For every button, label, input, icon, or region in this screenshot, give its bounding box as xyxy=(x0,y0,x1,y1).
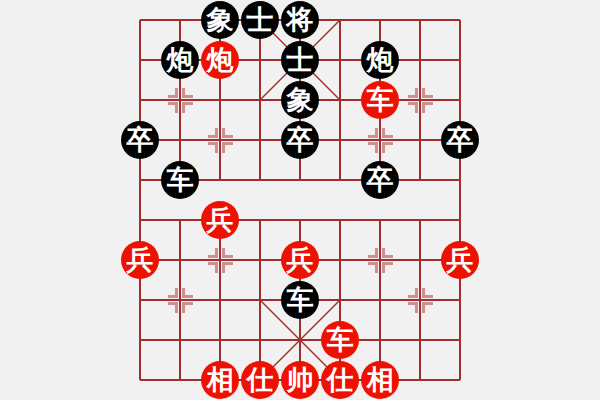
piece-red-elephant[interactable]: 相 xyxy=(361,361,399,399)
piece-black-general[interactable]: 将 xyxy=(281,1,319,39)
piece-red-chariot[interactable]: 车 xyxy=(361,81,399,119)
piece-red-soldier[interactable]: 兵 xyxy=(121,241,159,279)
piece-red-advisor[interactable]: 仕 xyxy=(321,361,359,399)
piece-black-cannon[interactable]: 炮 xyxy=(161,41,199,79)
piece-black-chariot[interactable]: 车 xyxy=(161,161,199,199)
piece-red-soldier[interactable]: 兵 xyxy=(281,241,319,279)
xiangqi-board: 象士将炮炮士炮象车卒卒卒车卒兵兵兵兵车车相仕帅仕相 xyxy=(0,0,600,400)
piece-black-advisor[interactable]: 士 xyxy=(241,1,279,39)
piece-red-cannon[interactable]: 炮 xyxy=(201,41,239,79)
pieces-layer: 象士将炮炮士炮象车卒卒卒车卒兵兵兵兵车车相仕帅仕相 xyxy=(0,0,600,400)
piece-black-soldier[interactable]: 卒 xyxy=(281,121,319,159)
piece-black-soldier[interactable]: 卒 xyxy=(121,121,159,159)
piece-red-soldier[interactable]: 兵 xyxy=(201,201,239,239)
piece-black-cannon[interactable]: 炮 xyxy=(361,41,399,79)
piece-red-chariot[interactable]: 车 xyxy=(321,321,359,359)
piece-red-advisor[interactable]: 仕 xyxy=(241,361,279,399)
piece-black-soldier[interactable]: 卒 xyxy=(441,121,479,159)
piece-black-chariot[interactable]: 车 xyxy=(281,281,319,319)
piece-black-elephant[interactable]: 象 xyxy=(201,1,239,39)
piece-black-advisor[interactable]: 士 xyxy=(281,41,319,79)
piece-red-general[interactable]: 帅 xyxy=(281,361,319,399)
piece-black-soldier[interactable]: 卒 xyxy=(361,161,399,199)
piece-red-elephant[interactable]: 相 xyxy=(201,361,239,399)
piece-red-soldier[interactable]: 兵 xyxy=(441,241,479,279)
piece-black-elephant[interactable]: 象 xyxy=(281,81,319,119)
